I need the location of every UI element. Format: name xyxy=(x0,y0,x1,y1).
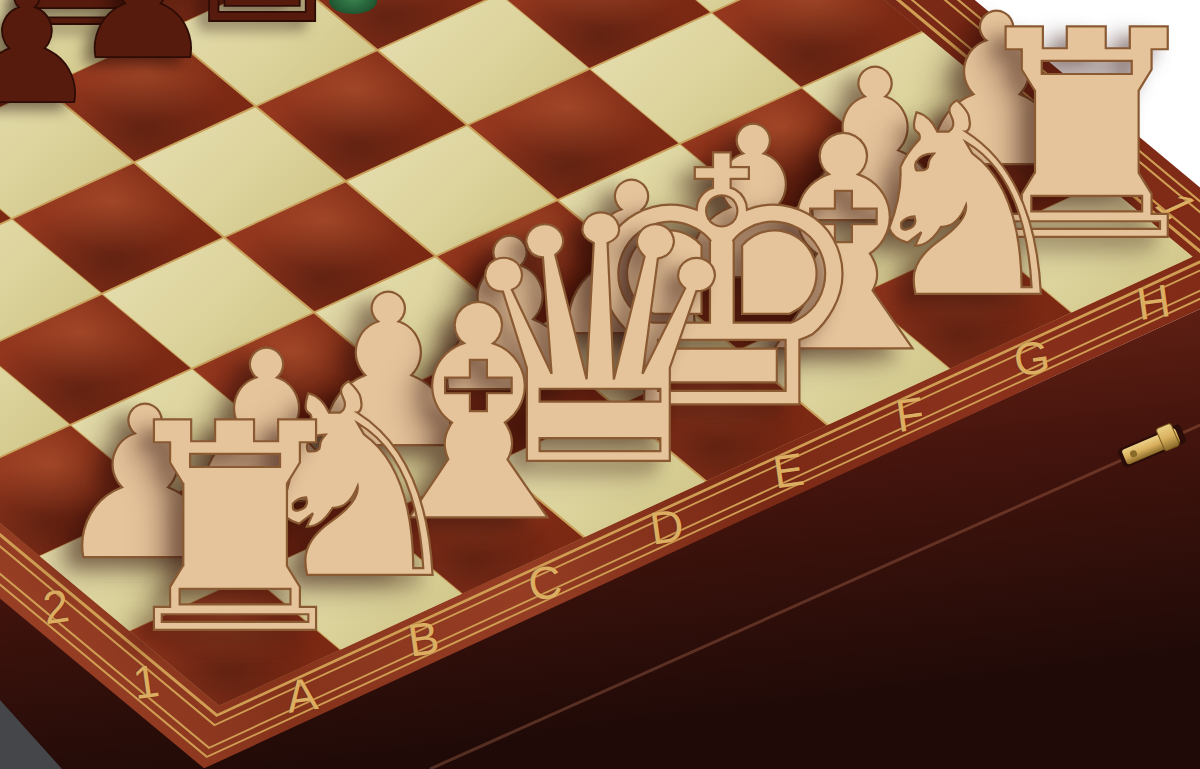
file-label-b: B xyxy=(397,613,449,665)
file-label-c: C xyxy=(519,557,571,609)
file-label-f: F xyxy=(884,389,936,441)
file-label-g: G xyxy=(1005,333,1057,385)
file-label-a: A xyxy=(275,669,327,721)
chessboard-photo-stage: { "game": "chess", "scene": "Angled phot… xyxy=(0,0,1200,769)
rank-label-left-1: 1 xyxy=(120,655,172,707)
file-label-d: D xyxy=(640,501,692,553)
file-label-h: H xyxy=(1127,276,1179,328)
rank-label-left-2: 2 xyxy=(30,580,82,632)
file-label-e: E xyxy=(762,445,814,497)
